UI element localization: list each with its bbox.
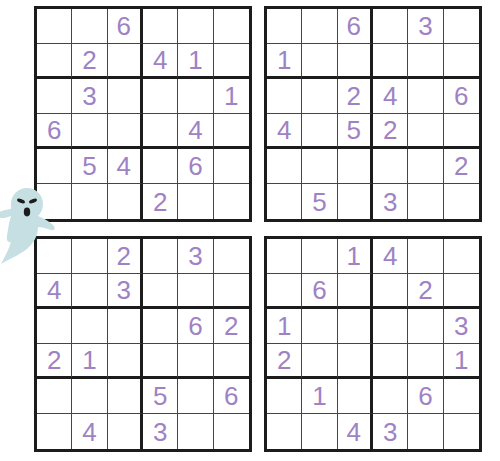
cell-bottom-left-r3c6[interactable]: 2 (214, 309, 249, 344)
cell-top-right-r6c5[interactable] (408, 184, 443, 219)
cell-bottom-left-r6c4[interactable]: 3 (143, 414, 178, 449)
sudoku-grid-top-right: 631246452253 (264, 6, 482, 222)
cell-bottom-right-r1c4[interactable]: 4 (373, 239, 408, 274)
cell-bottom-right-r1c5[interactable] (408, 239, 443, 274)
cell-top-left-r5c1[interactable] (37, 149, 72, 184)
cell-bottom-right-r6c2[interactable] (302, 414, 337, 449)
cell-bottom-right-r1c1[interactable] (267, 239, 302, 274)
cell-bottom-left-r2c5[interactable] (178, 274, 213, 309)
cell-top-right-r1c6[interactable] (444, 9, 479, 44)
cell-top-left-r3c2[interactable]: 3 (72, 79, 107, 114)
cell-top-right-r5c3[interactable] (338, 149, 373, 184)
cell-top-right-r1c5[interactable]: 3 (408, 9, 443, 44)
cell-bottom-left-r4c2[interactable]: 1 (72, 344, 107, 379)
cell-top-left-r1c6[interactable] (214, 9, 249, 44)
cell-bottom-right-r4c2[interactable] (302, 344, 337, 379)
cell-bottom-right-r3c1[interactable]: 1 (267, 309, 302, 344)
cell-top-left-r1c1[interactable] (37, 9, 72, 44)
cell-bottom-right-r6c4[interactable]: 3 (373, 414, 408, 449)
cell-top-left-r6c5[interactable] (178, 184, 213, 219)
sudoku-grid-bottom-left: 234362215643 (34, 236, 252, 452)
cell-top-left-r4c6[interactable] (214, 114, 249, 149)
cell-top-right-r3c4[interactable]: 4 (373, 79, 408, 114)
ghost-left-eye (16, 198, 25, 204)
cell-top-left-r4c4[interactable] (143, 114, 178, 149)
cell-bottom-left-r2c3[interactable]: 3 (108, 274, 143, 309)
cell-bottom-right-r1c2[interactable] (302, 239, 337, 274)
cell-bottom-right-r2c5[interactable]: 2 (408, 274, 443, 309)
cell-top-left-r1c3[interactable]: 6 (108, 9, 143, 44)
cell-top-right-r2c6[interactable] (444, 44, 479, 79)
cell-top-right-r1c2[interactable] (302, 9, 337, 44)
cell-top-right-r4c2[interactable] (302, 114, 337, 149)
cell-bottom-right-r5c4[interactable] (373, 379, 408, 414)
cell-top-right-r1c4[interactable] (373, 9, 408, 44)
cell-bottom-right-r6c6[interactable] (444, 414, 479, 449)
cell-bottom-right-r4c5[interactable] (408, 344, 443, 379)
cell-top-left-r2c3[interactable] (108, 44, 143, 79)
cell-top-left-r5c4[interactable] (143, 149, 178, 184)
cell-top-right-r2c5[interactable] (408, 44, 443, 79)
cell-bottom-left-r5c5[interactable] (178, 379, 213, 414)
cell-bottom-right-r4c1[interactable]: 2 (267, 344, 302, 379)
cell-top-left-r2c6[interactable] (214, 44, 249, 79)
cell-top-right-r2c1[interactable]: 1 (267, 44, 302, 79)
cell-top-left-r4c1[interactable]: 6 (37, 114, 72, 149)
cell-bottom-right-r3c5[interactable] (408, 309, 443, 344)
cell-bottom-left-r6c3[interactable] (108, 414, 143, 449)
cell-top-left-r6c4[interactable]: 2 (143, 184, 178, 219)
cell-bottom-right-r4c6[interactable]: 1 (444, 344, 479, 379)
cell-top-right-r4c4[interactable]: 2 (373, 114, 408, 149)
cell-bottom-right-r4c4[interactable] (373, 344, 408, 379)
cell-top-left-r5c6[interactable] (214, 149, 249, 184)
cell-bottom-left-r6c2[interactable]: 4 (72, 414, 107, 449)
cell-top-left-r6c6[interactable] (214, 184, 249, 219)
cell-bottom-left-r5c2[interactable] (72, 379, 107, 414)
cell-bottom-left-r1c3[interactable]: 2 (108, 239, 143, 274)
cell-top-right-r6c1[interactable] (267, 184, 302, 219)
cell-top-right-r6c4[interactable]: 3 (373, 184, 408, 219)
cell-bottom-left-r3c1[interactable] (37, 309, 72, 344)
cell-bottom-left-r1c2[interactable] (72, 239, 107, 274)
cell-bottom-right-r2c3[interactable] (338, 274, 373, 309)
cell-bottom-left-r4c4[interactable] (143, 344, 178, 379)
cell-top-left-r3c3[interactable] (108, 79, 143, 114)
cell-top-right-r4c3[interactable]: 5 (338, 114, 373, 149)
cell-bottom-left-r3c2[interactable] (72, 309, 107, 344)
cell-bottom-left-r1c5[interactable]: 3 (178, 239, 213, 274)
cell-top-right-r4c6[interactable] (444, 114, 479, 149)
ghost-mouth (24, 208, 30, 217)
cell-top-right-r5c1[interactable] (267, 149, 302, 184)
cell-top-left-r5c2[interactable]: 5 (72, 149, 107, 184)
cell-bottom-left-r4c5[interactable] (178, 344, 213, 379)
cell-top-right-r6c6[interactable] (444, 184, 479, 219)
cell-bottom-right-r6c1[interactable] (267, 414, 302, 449)
cell-bottom-right-r4c3[interactable] (338, 344, 373, 379)
cell-top-right-r3c6[interactable]: 6 (444, 79, 479, 114)
cell-top-left-r6c2[interactable] (72, 184, 107, 219)
cell-top-right-r2c3[interactable] (338, 44, 373, 79)
worksheet-page: 624131645462 631246452253 234362215643 1… (0, 0, 500, 461)
cell-top-right-r2c4[interactable] (373, 44, 408, 79)
cell-bottom-right-r2c1[interactable] (267, 274, 302, 309)
cell-top-left-r2c5[interactable]: 1 (178, 44, 213, 79)
cell-top-right-r1c3[interactable]: 6 (338, 9, 373, 44)
cell-top-left-r3c4[interactable] (143, 79, 178, 114)
cell-bottom-right-r2c6[interactable] (444, 274, 479, 309)
cell-bottom-left-r2c6[interactable] (214, 274, 249, 309)
cell-top-left-r2c1[interactable] (37, 44, 72, 79)
cell-top-left-r5c5[interactable]: 6 (178, 149, 213, 184)
cell-bottom-right-r5c3[interactable] (338, 379, 373, 414)
cell-bottom-left-r2c1[interactable]: 4 (37, 274, 72, 309)
cell-bottom-left-r3c3[interactable] (108, 309, 143, 344)
cell-bottom-left-r6c6[interactable] (214, 414, 249, 449)
cell-top-left-r4c2[interactable] (72, 114, 107, 149)
cell-top-left-r1c4[interactable] (143, 9, 178, 44)
cell-top-left-r1c5[interactable] (178, 9, 213, 44)
cell-bottom-left-r2c4[interactable] (143, 274, 178, 309)
cell-top-right-r5c4[interactable] (373, 149, 408, 184)
cell-bottom-right-r2c4[interactable] (373, 274, 408, 309)
cell-bottom-right-r1c3[interactable]: 1 (338, 239, 373, 274)
cell-bottom-left-r6c1[interactable] (37, 414, 72, 449)
cell-top-right-r2c2[interactable] (302, 44, 337, 79)
cell-top-right-r6c3[interactable] (338, 184, 373, 219)
cell-bottom-left-r4c6[interactable] (214, 344, 249, 379)
cell-bottom-right-r6c3[interactable]: 4 (338, 414, 373, 449)
cell-bottom-right-r5c5[interactable]: 6 (408, 379, 443, 414)
cell-top-left-r4c3[interactable] (108, 114, 143, 149)
cell-bottom-right-r6c5[interactable] (408, 414, 443, 449)
cell-top-right-r5c2[interactable] (302, 149, 337, 184)
cell-top-right-r4c5[interactable] (408, 114, 443, 149)
cell-bottom-left-r5c4[interactable]: 5 (143, 379, 178, 414)
cell-top-left-r5c3[interactable]: 4 (108, 149, 143, 184)
cell-top-left-r4c5[interactable]: 4 (178, 114, 213, 149)
cell-top-right-r6c2[interactable]: 5 (302, 184, 337, 219)
cell-bottom-left-r5c6[interactable]: 6 (214, 379, 249, 414)
sudoku-grid-top-left: 624131645462 (34, 6, 252, 222)
cell-bottom-right-r3c6[interactable]: 3 (444, 309, 479, 344)
cell-bottom-left-r1c4[interactable] (143, 239, 178, 274)
cell-top-left-r3c5[interactable] (178, 79, 213, 114)
cell-top-right-r3c1[interactable] (267, 79, 302, 114)
cell-bottom-right-r5c2[interactable]: 1 (302, 379, 337, 414)
cell-bottom-left-r2c2[interactable] (72, 274, 107, 309)
cell-top-left-r6c3[interactable] (108, 184, 143, 219)
cell-bottom-left-r4c1[interactable]: 2 (37, 344, 72, 379)
cell-top-left-r2c2[interactable]: 2 (72, 44, 107, 79)
cell-bottom-left-r1c6[interactable] (214, 239, 249, 274)
cell-bottom-left-r5c1[interactable] (37, 379, 72, 414)
cell-top-right-r4c1[interactable]: 4 (267, 114, 302, 149)
cell-bottom-right-r3c4[interactable] (373, 309, 408, 344)
cell-bottom-left-r1c1[interactable] (37, 239, 72, 274)
cell-bottom-left-r6c5[interactable] (178, 414, 213, 449)
cell-top-right-r3c3[interactable]: 2 (338, 79, 373, 114)
cell-bottom-right-r3c2[interactable] (302, 309, 337, 344)
cell-bottom-left-r3c4[interactable] (143, 309, 178, 344)
cell-top-right-r1c1[interactable] (267, 9, 302, 44)
cell-top-left-r1c2[interactable] (72, 9, 107, 44)
cell-bottom-left-r3c5[interactable]: 6 (178, 309, 213, 344)
cell-top-right-r3c2[interactable] (302, 79, 337, 114)
sudoku-grid-bottom-right: 146213211643 (264, 236, 482, 452)
cell-top-left-r2c4[interactable]: 4 (143, 44, 178, 79)
cell-bottom-left-r4c3[interactable] (108, 344, 143, 379)
cell-bottom-left-r5c3[interactable] (108, 379, 143, 414)
cell-bottom-right-r2c2[interactable]: 6 (302, 274, 337, 309)
cell-bottom-right-r3c3[interactable] (338, 309, 373, 344)
cell-top-right-r5c5[interactable] (408, 149, 443, 184)
cell-top-left-r3c1[interactable] (37, 79, 72, 114)
cell-top-right-r3c5[interactable] (408, 79, 443, 114)
cell-bottom-right-r5c1[interactable] (267, 379, 302, 414)
cell-top-right-r5c6[interactable]: 2 (444, 149, 479, 184)
cell-bottom-right-r5c6[interactable] (444, 379, 479, 414)
cell-top-left-r3c6[interactable]: 1 (214, 79, 249, 114)
cell-bottom-right-r1c6[interactable] (444, 239, 479, 274)
cell-top-left-r6c1[interactable] (37, 184, 72, 219)
